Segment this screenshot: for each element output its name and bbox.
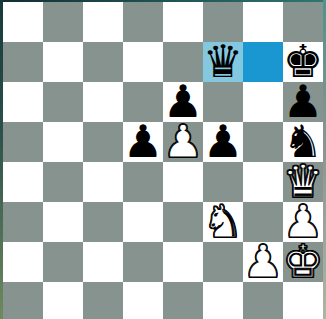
square-c7[interactable] — [83, 42, 123, 82]
square-a5[interactable] — [3, 122, 43, 162]
square-e2[interactable] — [163, 242, 203, 282]
square-g5[interactable] — [243, 122, 283, 162]
square-c6[interactable] — [83, 82, 123, 122]
square-b1[interactable] — [43, 282, 83, 319]
white-knight-f3[interactable]: ♞ — [203, 202, 243, 242]
square-f5[interactable]: ♟ — [203, 122, 243, 162]
white-king-h2[interactable]: ♚ — [283, 242, 323, 282]
black-pawn-d5[interactable]: ♟ — [123, 122, 163, 162]
square-g4[interactable] — [243, 162, 283, 202]
square-e8[interactable] — [163, 2, 203, 42]
square-a8[interactable] — [3, 2, 43, 42]
square-g2[interactable]: ♟ — [243, 242, 283, 282]
square-d5[interactable]: ♟ — [123, 122, 163, 162]
square-c4[interactable] — [83, 162, 123, 202]
square-a7[interactable] — [3, 42, 43, 82]
square-c3[interactable] — [83, 202, 123, 242]
square-b3[interactable] — [43, 202, 83, 242]
square-e3[interactable] — [163, 202, 203, 242]
square-g7[interactable] — [243, 42, 283, 82]
square-b4[interactable] — [43, 162, 83, 202]
square-g1[interactable] — [243, 282, 283, 319]
square-a6[interactable] — [3, 82, 43, 122]
square-b5[interactable] — [43, 122, 83, 162]
square-c1[interactable] — [83, 282, 123, 319]
square-c5[interactable] — [83, 122, 123, 162]
square-b2[interactable] — [43, 242, 83, 282]
square-d1[interactable] — [123, 282, 163, 319]
square-b6[interactable] — [43, 82, 83, 122]
chess-app-window: ♛♚♟♟♟♟♟♞♛♞♟♟♚ — [0, 0, 326, 319]
square-d7[interactable] — [123, 42, 163, 82]
square-h2[interactable]: ♚ — [283, 242, 323, 282]
square-a1[interactable] — [3, 282, 43, 319]
square-d4[interactable] — [123, 162, 163, 202]
square-b8[interactable] — [43, 2, 83, 42]
square-f1[interactable] — [203, 282, 243, 319]
square-c2[interactable] — [83, 242, 123, 282]
square-h1[interactable] — [283, 282, 323, 319]
square-f3[interactable]: ♞ — [203, 202, 243, 242]
square-a2[interactable] — [3, 242, 43, 282]
square-e5[interactable]: ♟ — [163, 122, 203, 162]
square-f2[interactable] — [203, 242, 243, 282]
square-c8[interactable] — [83, 2, 123, 42]
square-d3[interactable] — [123, 202, 163, 242]
square-g6[interactable] — [243, 82, 283, 122]
black-queen-f7[interactable]: ♛ — [203, 42, 243, 82]
square-d2[interactable] — [123, 242, 163, 282]
square-g8[interactable] — [243, 2, 283, 42]
square-d8[interactable] — [123, 2, 163, 42]
square-f7[interactable]: ♛ — [203, 42, 243, 82]
white-pawn-g2[interactable]: ♟ — [243, 242, 283, 282]
square-a3[interactable] — [3, 202, 43, 242]
black-pawn-f5[interactable]: ♟ — [203, 122, 243, 162]
square-e4[interactable] — [163, 162, 203, 202]
white-pawn-e5[interactable]: ♟ — [163, 122, 203, 162]
square-e1[interactable] — [163, 282, 203, 319]
square-b7[interactable] — [43, 42, 83, 82]
chess-board: ♛♚♟♟♟♟♟♞♛♞♟♟♚ — [3, 2, 323, 319]
square-a4[interactable] — [3, 162, 43, 202]
